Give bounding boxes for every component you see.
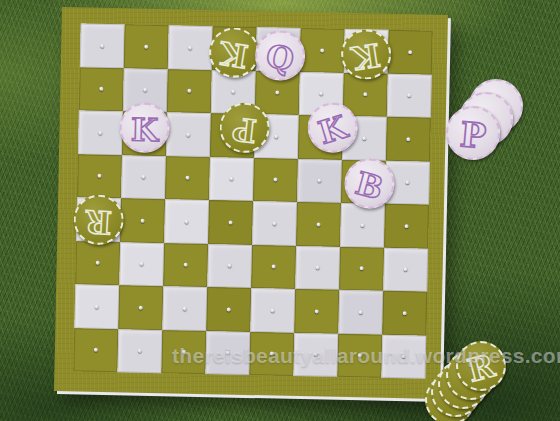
- bead-icon: [141, 218, 145, 222]
- square-g3[interactable]: [339, 246, 384, 290]
- square-a6[interactable]: [78, 110, 123, 154]
- square-d4[interactable]: [208, 200, 253, 244]
- piece-letter: B: [352, 165, 387, 207]
- piece-cream-B-g5[interactable]: B: [344, 158, 395, 209]
- bead-icon: [96, 261, 100, 265]
- piece-letter: K: [314, 108, 352, 151]
- square-c3[interactable]: [163, 243, 208, 287]
- bead-icon: [275, 91, 279, 95]
- bead-icon: [141, 175, 145, 179]
- bead-icon: [139, 305, 143, 309]
- square-b5[interactable]: [121, 155, 166, 199]
- bead-icon: [227, 307, 231, 311]
- bead-icon: [315, 309, 319, 313]
- bead-icon: [361, 223, 365, 227]
- piece-letter: K: [348, 36, 382, 76]
- piece-letter: K: [216, 34, 250, 74]
- square-f5[interactable]: [297, 158, 342, 202]
- piece-letter: K: [131, 111, 161, 148]
- square-b8[interactable]: [124, 24, 169, 68]
- bead-icon: [185, 219, 189, 223]
- bead-icon: [273, 178, 277, 182]
- square-a5[interactable]: [77, 154, 122, 198]
- piece-cream-Q-e8[interactable]: Q: [255, 30, 306, 81]
- bead-icon: [408, 50, 412, 54]
- bead-icon: [274, 134, 278, 138]
- square-e4[interactable]: [252, 201, 297, 245]
- bead-icon: [403, 311, 407, 315]
- bead-icon: [363, 93, 367, 97]
- piece-cream-K-f6[interactable]: K: [307, 102, 358, 153]
- piece-cream-P-cream-pawn-fan-3[interactable]: P: [446, 106, 500, 160]
- square-a8[interactable]: [80, 23, 125, 67]
- piece-letter: P: [231, 111, 258, 149]
- bead-icon: [99, 87, 103, 91]
- square-c2[interactable]: [162, 286, 207, 330]
- bead-icon: [183, 306, 187, 310]
- bead-icon: [228, 264, 232, 268]
- bead-icon: [231, 90, 235, 94]
- piece-letter: R: [84, 203, 113, 240]
- bead-icon: [100, 44, 104, 48]
- bead-icon: [319, 92, 323, 96]
- bead-icon: [143, 88, 147, 92]
- piece-green-R-a4[interactable]: R: [73, 194, 124, 245]
- bead-icon: [97, 174, 101, 178]
- bead-icon: [185, 176, 189, 180]
- square-c6[interactable]: [166, 112, 211, 156]
- chess-board: KQKKPKBR: [54, 7, 448, 399]
- bead-icon: [360, 267, 364, 271]
- square-d5[interactable]: [209, 157, 254, 201]
- bead-icon: [406, 137, 410, 141]
- bead-icon: [271, 308, 275, 312]
- bead-icon: [320, 48, 324, 52]
- square-a1[interactable]: [73, 328, 118, 372]
- bead-icon: [138, 349, 142, 353]
- square-h3[interactable]: [383, 247, 428, 291]
- square-h4[interactable]: [384, 204, 429, 248]
- photo: KQKKPKBR thereisbeautyallaround.wordpres…: [0, 0, 560, 421]
- piece-letter: Q: [263, 37, 298, 78]
- square-h7[interactable]: [387, 73, 432, 117]
- bead-icon: [362, 136, 366, 140]
- bead-icon: [316, 266, 320, 270]
- square-c8[interactable]: [168, 25, 213, 69]
- square-b3[interactable]: [119, 242, 164, 286]
- bead-icon: [144, 44, 148, 48]
- square-h6[interactable]: [386, 117, 431, 161]
- square-a7[interactable]: [79, 67, 124, 111]
- bead-icon: [273, 221, 277, 225]
- square-d2[interactable]: [206, 287, 251, 331]
- bead-icon: [407, 93, 411, 97]
- square-c5[interactable]: [165, 156, 210, 200]
- square-f8[interactable]: [300, 28, 345, 72]
- bead-icon: [229, 177, 233, 181]
- square-b1[interactable]: [117, 329, 162, 373]
- square-a3[interactable]: [75, 241, 120, 285]
- bead-icon: [404, 267, 408, 271]
- bead-icon: [405, 180, 409, 184]
- bead-icon: [95, 305, 99, 309]
- square-h2[interactable]: [382, 291, 427, 335]
- square-f3[interactable]: [295, 245, 340, 289]
- square-e5[interactable]: [253, 158, 298, 202]
- square-b2[interactable]: [118, 285, 163, 329]
- bead-icon: [98, 131, 102, 135]
- square-e3[interactable]: [251, 245, 296, 289]
- bead-icon: [317, 222, 321, 226]
- square-f2[interactable]: [294, 289, 339, 333]
- bead-icon: [272, 265, 276, 269]
- piece-green-K-g8[interactable]: K: [341, 29, 392, 80]
- square-c4[interactable]: [164, 199, 209, 243]
- bead-icon: [187, 89, 191, 93]
- square-a2[interactable]: [74, 284, 119, 328]
- bead-icon: [229, 220, 233, 224]
- bead-icon: [184, 263, 188, 267]
- piece-green-P-d6[interactable]: P: [219, 102, 270, 153]
- square-g4[interactable]: [340, 203, 385, 247]
- bead-icon: [140, 262, 144, 266]
- bead-icon: [188, 45, 192, 49]
- bead-icon: [186, 132, 190, 136]
- watermark: thereisbeautyallaround.wordpress.com: [172, 344, 560, 368]
- square-g2[interactable]: [338, 290, 383, 334]
- square-f4[interactable]: [296, 202, 341, 246]
- bead-icon: [359, 310, 363, 314]
- square-b4[interactable]: [120, 198, 165, 242]
- square-d3[interactable]: [207, 244, 252, 288]
- bead-icon: [317, 179, 321, 183]
- square-c7[interactable]: [167, 69, 212, 113]
- bead-icon: [405, 224, 409, 228]
- piece-cream-K-b6[interactable]: K: [119, 102, 170, 153]
- square-e2[interactable]: [250, 288, 295, 332]
- piece-letter: P: [458, 114, 487, 156]
- square-h8[interactable]: [388, 30, 433, 74]
- bead-icon: [94, 348, 98, 352]
- piece-green-K-d8[interactable]: K: [209, 27, 260, 78]
